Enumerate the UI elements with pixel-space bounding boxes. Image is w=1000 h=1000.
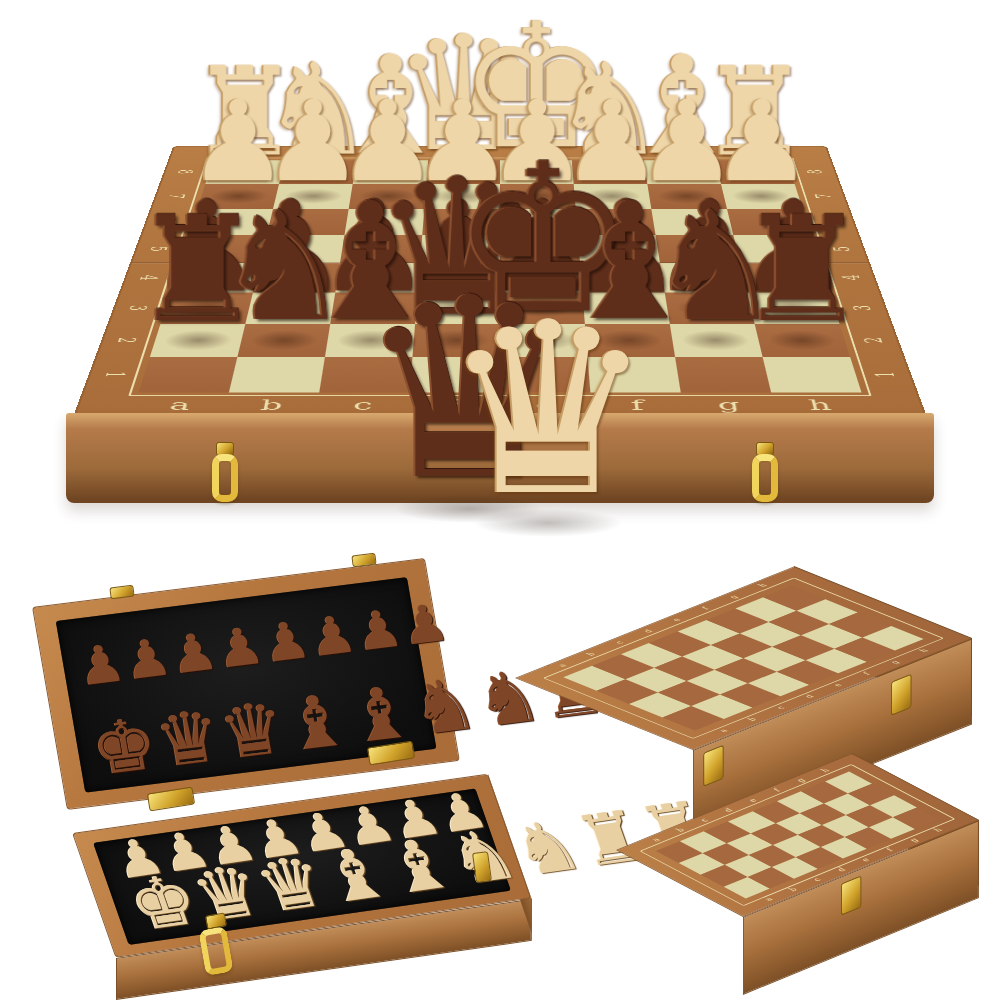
file-label-g: g [681, 397, 776, 413]
square-b1[interactable] [229, 357, 325, 392]
square-c1[interactable] [319, 357, 412, 392]
open-box-dark-pawn-row-pawn-7[interactable]: ♟ [397, 596, 452, 653]
board-latch-left-ring[interactable] [212, 454, 238, 502]
closed-box-upper-clasp-left[interactable] [703, 745, 723, 787]
file-label-a: a [132, 397, 228, 413]
open-box-dark-major-row-knight-5[interactable]: ♞ [406, 667, 482, 746]
board-plane: abcdefgh abcdefgh 87654321 87654321 ♜♞♝♛… [73, 146, 926, 416]
open-box-dark-major-row-queen-1[interactable]: ♛ [150, 699, 226, 778]
board-front-edge [66, 413, 934, 503]
square-f1[interactable] [588, 357, 681, 392]
open-box-dark-major-row-queen-2[interactable]: ♛ [214, 691, 290, 770]
open-box-dark-major-row-bishop-3[interactable]: ♝ [278, 683, 354, 762]
piece-dark-rook-h2[interactable]: ♜ [737, 197, 868, 343]
file-label-c: c [316, 397, 409, 413]
file-label-b: b [224, 397, 319, 413]
closed-box-upper-clasp-right[interactable] [891, 674, 911, 716]
square-g1[interactable] [675, 357, 771, 392]
square-h1[interactable] [763, 357, 862, 392]
file-labels-near: abcdefgh [132, 397, 868, 413]
board-latch-right-ring[interactable] [752, 454, 778, 502]
square-d1[interactable] [410, 357, 500, 392]
file-label-d: d [408, 397, 500, 413]
file-label-h: h [772, 397, 868, 413]
open-box-lid: ♟♟♟♟♟♟♟♟ ♚♛♛♝♝♞♞♜♜ [32, 558, 460, 810]
file-label-e: e [500, 397, 592, 413]
main-board-scene: abcdefgh abcdefgh 87654321 87654321 ♜♞♝♛… [0, 0, 1000, 545]
square-a1[interactable] [138, 357, 237, 392]
closed-box-lower-clasp[interactable] [841, 875, 861, 915]
square-e1[interactable] [500, 357, 590, 392]
file-label-f: f [591, 397, 684, 413]
open-box-dark-major-row-king-0[interactable]: ♚ [86, 707, 162, 786]
